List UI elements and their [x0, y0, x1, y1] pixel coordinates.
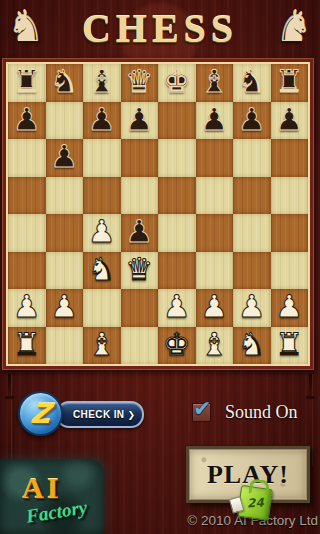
square-c2[interactable]	[83, 289, 121, 327]
zeemote-badge-icon[interactable]: Z	[18, 391, 63, 436]
square-c6[interactable]	[83, 139, 121, 177]
black-knight-g8[interactable]: ♞	[238, 66, 266, 97]
check-in-button[interactable]: CHECK IN ❯ Z	[18, 391, 133, 436]
chevron-right-icon: ❯	[128, 410, 136, 420]
white-king-e1[interactable]: ♚	[163, 329, 191, 360]
black-pawn-b6[interactable]: ♟	[50, 141, 78, 172]
square-g5[interactable]	[233, 177, 271, 215]
square-b3[interactable]	[46, 252, 84, 290]
sound-toggle-group: ✔ Sound On	[192, 402, 298, 423]
black-queen-d8[interactable]: ♛	[125, 66, 153, 97]
check-in-label: CHECK IN	[73, 409, 125, 420]
square-h4[interactable]	[271, 214, 309, 252]
square-b8[interactable]: ♞	[46, 64, 84, 102]
white-knight-g1[interactable]: ♞	[238, 329, 266, 360]
square-g2[interactable]: ♟	[233, 289, 271, 327]
black-pawn-c7[interactable]: ♟	[88, 104, 116, 135]
z-lightning-icon: Z	[29, 398, 52, 429]
square-d2[interactable]	[121, 289, 159, 327]
square-g1[interactable]: ♞	[233, 327, 271, 365]
square-d1[interactable]	[121, 327, 159, 365]
app-header: ♞ CHESS ♞	[0, 0, 320, 58]
white-pawn-a2[interactable]: ♟	[13, 291, 41, 322]
black-pawn-d7[interactable]: ♟	[125, 104, 153, 135]
square-c1[interactable]: ♝	[83, 327, 121, 365]
square-b5[interactable]	[46, 177, 84, 215]
black-rook-h8[interactable]: ♜	[275, 66, 303, 97]
square-a7[interactable]: ♟	[8, 102, 46, 140]
square-g7[interactable]: ♟	[233, 102, 271, 140]
sound-label: Sound On	[225, 402, 298, 423]
square-c3[interactable]: ♞	[83, 252, 121, 290]
square-e4[interactable]	[158, 214, 196, 252]
square-f7[interactable]: ♟	[196, 102, 234, 140]
ai-factory-logo: AI Factory	[0, 459, 104, 534]
black-pawn-g7[interactable]: ♟	[238, 104, 266, 135]
square-f6[interactable]	[196, 139, 234, 177]
white-rook-a1[interactable]: ♜	[13, 329, 41, 360]
black-pawn-f7[interactable]: ♟	[200, 104, 228, 135]
square-d6[interactable]	[121, 139, 159, 177]
white-pawn-f2[interactable]: ♟	[200, 291, 228, 322]
square-b2[interactable]: ♟	[46, 289, 84, 327]
square-d8[interactable]: ♛	[121, 64, 159, 102]
square-g4[interactable]	[233, 214, 271, 252]
white-pawn-h2[interactable]: ♟	[275, 291, 303, 322]
square-h5[interactable]	[271, 177, 309, 215]
left-pillar-decoration	[8, 374, 11, 466]
white-knight-c3[interactable]: ♞	[88, 254, 116, 285]
white-pawn-g2[interactable]: ♟	[238, 291, 266, 322]
black-pawn-a7[interactable]: ♟	[13, 104, 41, 135]
square-e5[interactable]	[158, 177, 196, 215]
square-b6[interactable]: ♟	[46, 139, 84, 177]
black-bishop-f8[interactable]: ♝	[200, 66, 228, 97]
square-f8[interactable]: ♝	[196, 64, 234, 102]
square-h2[interactable]: ♟	[271, 289, 309, 327]
square-e1[interactable]: ♚	[158, 327, 196, 365]
black-rook-a8[interactable]: ♜	[13, 66, 41, 97]
checkmark-icon: ✔	[193, 396, 211, 421]
square-c7[interactable]: ♟	[83, 102, 121, 140]
square-f4[interactable]	[196, 214, 234, 252]
page-title: CHESS	[0, 5, 320, 52]
square-a3[interactable]	[8, 252, 46, 290]
square-h1[interactable]: ♜	[271, 327, 309, 365]
square-a6[interactable]	[8, 139, 46, 177]
market-bag-icon: 24	[237, 485, 273, 521]
square-h7[interactable]: ♟	[271, 102, 309, 140]
white-pawn-e2[interactable]: ♟	[163, 291, 191, 322]
bag-price-tag	[229, 496, 245, 514]
chess-board[interactable]: ♜♞♝♛♚♝♞♜♟♟♟♟♟♟♟♟♟♞♛♟♟♟♟♟♟♜♝♚♝♞♜	[8, 64, 308, 364]
square-b4[interactable]	[46, 214, 84, 252]
black-pawn-d4[interactable]: ♟	[125, 216, 153, 247]
square-e3[interactable]	[158, 252, 196, 290]
white-rook-h1[interactable]: ♜	[275, 329, 303, 360]
square-a1[interactable]: ♜	[8, 327, 46, 365]
black-knight-b8[interactable]: ♞	[50, 66, 78, 97]
square-d5[interactable]	[121, 177, 159, 215]
white-queen-d3[interactable]: ♛	[125, 254, 153, 285]
square-a2[interactable]: ♟	[8, 289, 46, 327]
white-pawn-b2[interactable]: ♟	[50, 291, 78, 322]
square-f2[interactable]: ♟	[196, 289, 234, 327]
black-king-e8[interactable]: ♚	[163, 66, 191, 97]
chess-board-frame: ♜♞♝♛♚♝♞♜♟♟♟♟♟♟♟♟♟♞♛♟♟♟♟♟♟♜♝♚♝♞♜	[2, 58, 314, 370]
square-e7[interactable]	[158, 102, 196, 140]
black-pawn-h7[interactable]: ♟	[275, 104, 303, 135]
square-a5[interactable]	[8, 177, 46, 215]
square-f5[interactable]	[196, 177, 234, 215]
square-b1[interactable]	[46, 327, 84, 365]
white-pawn-c4[interactable]: ♟	[88, 216, 116, 247]
square-d4[interactable]: ♟	[121, 214, 159, 252]
white-bishop-f1[interactable]: ♝	[200, 329, 228, 360]
square-g3[interactable]	[233, 252, 271, 290]
square-h8[interactable]: ♜	[271, 64, 309, 102]
check-in-pill[interactable]: CHECK IN ❯	[56, 401, 144, 428]
square-h6[interactable]	[271, 139, 309, 177]
square-a8[interactable]: ♜	[8, 64, 46, 102]
square-e8[interactable]: ♚	[158, 64, 196, 102]
square-b7[interactable]	[46, 102, 84, 140]
square-g8[interactable]: ♞	[233, 64, 271, 102]
knight-icon: ♞	[275, 4, 313, 50]
chess-board-border: ♜♞♝♛♚♝♞♜♟♟♟♟♟♟♟♟♟♞♛♟♟♟♟♟♟♜♝♚♝♞♜	[6, 62, 310, 366]
sound-checkbox[interactable]: ✔	[192, 403, 211, 422]
square-f3[interactable]	[196, 252, 234, 290]
black-bishop-c8[interactable]: ♝	[88, 66, 116, 97]
square-e2[interactable]: ♟	[158, 289, 196, 327]
square-g6[interactable]	[233, 139, 271, 177]
square-f1[interactable]: ♝	[196, 327, 234, 365]
bag-scribble: 24	[247, 495, 265, 510]
white-bishop-c1[interactable]: ♝	[88, 329, 116, 360]
square-c5[interactable]	[83, 177, 121, 215]
square-a4[interactable]	[8, 214, 46, 252]
square-c4[interactable]: ♟	[83, 214, 121, 252]
square-d3[interactable]: ♛	[121, 252, 159, 290]
square-d7[interactable]: ♟	[121, 102, 159, 140]
square-h3[interactable]	[271, 252, 309, 290]
square-c8[interactable]: ♝	[83, 64, 121, 102]
square-e6[interactable]	[158, 139, 196, 177]
